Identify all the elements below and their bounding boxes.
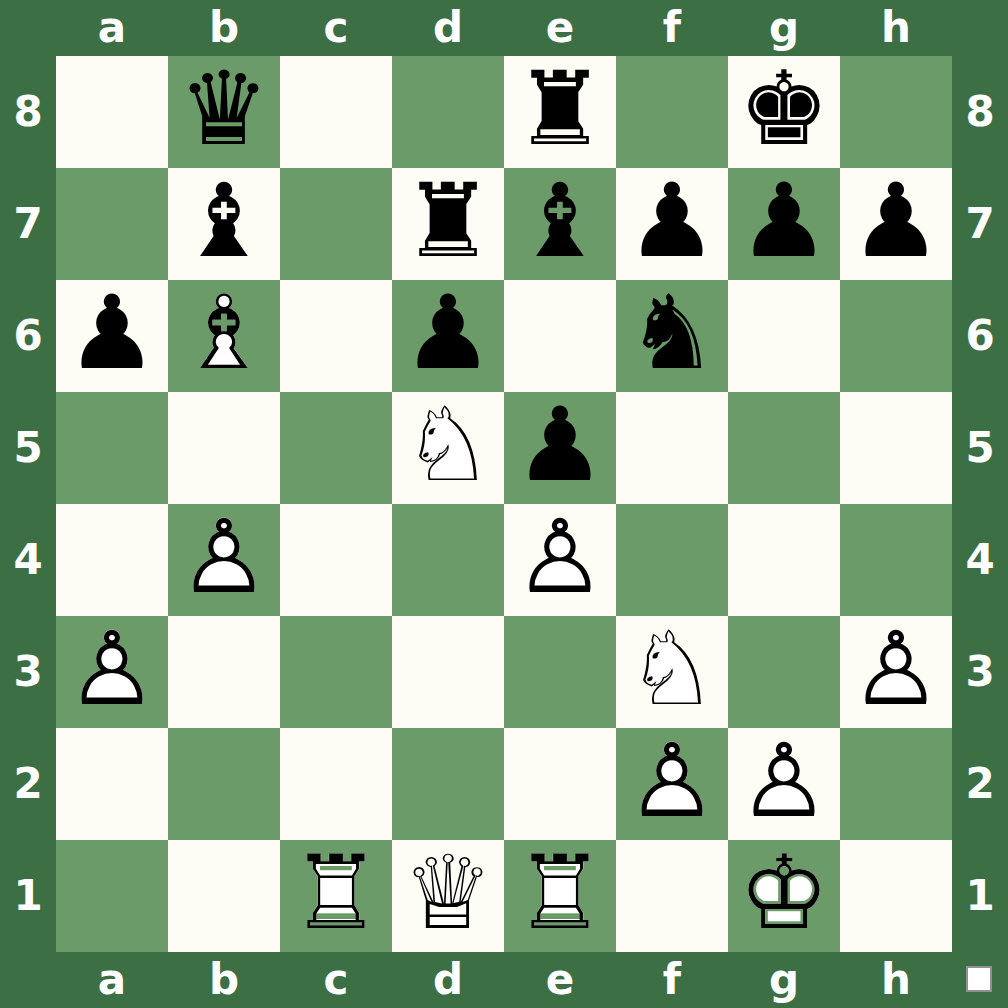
white-piece-outline: ♔ (738, 842, 829, 944)
file-labels-top: abcdefgh (56, 0, 952, 56)
square-d6[interactable]: ♟ (392, 280, 504, 392)
white-piece-outline: ♙ (738, 730, 829, 832)
file-label-b: b (168, 0, 280, 56)
square-d4[interactable] (392, 504, 504, 616)
piece-white-bishop[interactable]: ♝♗ (168, 280, 280, 392)
rank-label-3: 3 (952, 616, 1008, 728)
file-label-g: g (728, 952, 840, 1008)
file-label-d: d (392, 952, 504, 1008)
square-e5[interactable]: ♟ (504, 392, 616, 504)
square-c4[interactable] (280, 504, 392, 616)
piece-black-king[interactable]: ♚ (728, 56, 840, 168)
black-piece-glyph: ♚ (738, 58, 829, 160)
square-a8[interactable] (56, 56, 168, 168)
square-f7[interactable]: ♟ (616, 168, 728, 280)
square-e8[interactable]: ♜ (504, 56, 616, 168)
square-g2[interactable]: ♟♙ (728, 728, 840, 840)
square-f5[interactable] (616, 392, 728, 504)
file-label-c: c (280, 952, 392, 1008)
square-h3[interactable]: ♟♙ (840, 616, 952, 728)
square-b4[interactable]: ♟♙ (168, 504, 280, 616)
square-a4[interactable] (56, 504, 168, 616)
rank-label-5: 5 (952, 392, 1008, 504)
piece-white-rook[interactable]: ♜♖ (280, 840, 392, 952)
square-b3[interactable] (168, 616, 280, 728)
square-e3[interactable] (504, 616, 616, 728)
square-g5[interactable] (728, 392, 840, 504)
square-e4[interactable]: ♟♙ (504, 504, 616, 616)
file-label-f: f (616, 952, 728, 1008)
black-piece-glyph: ♟ (626, 170, 717, 272)
square-c8[interactable] (280, 56, 392, 168)
black-piece-glyph: ♟ (66, 282, 157, 384)
square-f4[interactable] (616, 504, 728, 616)
square-a1[interactable] (56, 840, 168, 952)
piece-white-pawn[interactable]: ♟♙ (616, 728, 728, 840)
square-c6[interactable] (280, 280, 392, 392)
square-d7[interactable]: ♜ (392, 168, 504, 280)
square-h6[interactable] (840, 280, 952, 392)
piece-black-rook[interactable]: ♜ (504, 56, 616, 168)
chess-board[interactable]: ♛♜♚♝♜♝♟♟♟♟♝♗♟♞♞♘♟♟♙♟♙♟♙♞♘♟♙♟♙♟♙♜♖♛♕♜♖♚♔ (56, 56, 952, 952)
square-b5[interactable] (168, 392, 280, 504)
white-piece-outline: ♘ (626, 618, 717, 720)
piece-black-pawn[interactable]: ♟ (616, 168, 728, 280)
piece-white-king[interactable]: ♚♔ (728, 840, 840, 952)
square-a2[interactable] (56, 728, 168, 840)
piece-black-pawn[interactable]: ♟ (504, 392, 616, 504)
piece-white-queen[interactable]: ♛♕ (392, 840, 504, 952)
file-labels-bottom: abcdefgh (56, 952, 952, 1008)
rank-labels-right: 87654321 (952, 56, 1008, 952)
file-label-f: f (616, 0, 728, 56)
white-piece-outline: ♙ (66, 618, 157, 720)
white-piece-outline: ♙ (178, 506, 269, 608)
square-g4[interactable] (728, 504, 840, 616)
square-a5[interactable] (56, 392, 168, 504)
piece-black-queen[interactable]: ♛ (168, 56, 280, 168)
file-label-g: g (728, 0, 840, 56)
square-e6[interactable] (504, 280, 616, 392)
black-piece-glyph: ♞ (626, 282, 717, 384)
rank-label-4: 4 (952, 504, 1008, 616)
file-label-d: d (392, 0, 504, 56)
chess-board-frame: abcdefgh 87654321 87654321 abcdefgh ♛♜♚♝… (0, 0, 1008, 1008)
rank-label-1: 1 (952, 840, 1008, 952)
white-piece-outline: ♘ (402, 394, 493, 496)
square-c3[interactable] (280, 616, 392, 728)
file-label-c: c (280, 0, 392, 56)
file-label-a: a (56, 952, 168, 1008)
square-h2[interactable] (840, 728, 952, 840)
square-h5[interactable] (840, 392, 952, 504)
file-label-b: b (168, 952, 280, 1008)
square-f2[interactable]: ♟♙ (616, 728, 728, 840)
file-label-e: e (504, 0, 616, 56)
white-piece-outline: ♙ (626, 730, 717, 832)
square-g7[interactable]: ♟ (728, 168, 840, 280)
square-g8[interactable]: ♚ (728, 56, 840, 168)
square-f6[interactable]: ♞ (616, 280, 728, 392)
rank-label-6: 6 (952, 280, 1008, 392)
square-b2[interactable] (168, 728, 280, 840)
square-h8[interactable] (840, 56, 952, 168)
square-d1[interactable]: ♛♕ (392, 840, 504, 952)
piece-black-rook[interactable]: ♜ (392, 168, 504, 280)
white-piece-outline: ♕ (402, 842, 493, 944)
file-label-h: h (840, 952, 952, 1008)
square-a6[interactable]: ♟ (56, 280, 168, 392)
piece-black-bishop[interactable]: ♝ (504, 168, 616, 280)
white-to-move-indicator (966, 966, 992, 992)
rank-label-2: 2 (0, 728, 56, 840)
square-c7[interactable] (280, 168, 392, 280)
piece-white-pawn[interactable]: ♟♙ (840, 616, 952, 728)
file-label-h: h (840, 0, 952, 56)
square-f3[interactable]: ♞♘ (616, 616, 728, 728)
rank-label-4: 4 (0, 504, 56, 616)
rank-labels-left: 87654321 (0, 56, 56, 952)
white-piece-outline: ♖ (290, 842, 381, 944)
square-d5[interactable]: ♞♘ (392, 392, 504, 504)
rank-label-5: 5 (0, 392, 56, 504)
square-b8[interactable]: ♛ (168, 56, 280, 168)
square-d8[interactable] (392, 56, 504, 168)
piece-black-bishop[interactable]: ♝ (168, 168, 280, 280)
square-a3[interactable]: ♟♙ (56, 616, 168, 728)
piece-white-pawn[interactable]: ♟♙ (168, 504, 280, 616)
square-e7[interactable]: ♝ (504, 168, 616, 280)
square-b6[interactable]: ♝♗ (168, 280, 280, 392)
black-piece-glyph: ♜ (514, 58, 605, 160)
square-h4[interactable] (840, 504, 952, 616)
white-piece-outline: ♗ (178, 282, 269, 384)
piece-white-pawn[interactable]: ♟♙ (728, 728, 840, 840)
rank-label-7: 7 (0, 168, 56, 280)
square-d3[interactable] (392, 616, 504, 728)
square-d2[interactable] (392, 728, 504, 840)
rank-label-1: 1 (0, 840, 56, 952)
square-g1[interactable]: ♚♔ (728, 840, 840, 952)
square-c1[interactable]: ♜♖ (280, 840, 392, 952)
black-piece-glyph: ♛ (178, 58, 269, 160)
rank-label-3: 3 (0, 616, 56, 728)
piece-black-knight[interactable]: ♞ (616, 280, 728, 392)
square-h1[interactable] (840, 840, 952, 952)
black-piece-glyph: ♝ (178, 170, 269, 272)
black-piece-glyph: ♟ (850, 170, 941, 272)
square-e1[interactable]: ♜♖ (504, 840, 616, 952)
rank-label-2: 2 (952, 728, 1008, 840)
square-f8[interactable] (616, 56, 728, 168)
white-piece-outline: ♙ (514, 506, 605, 608)
square-e2[interactable] (504, 728, 616, 840)
piece-white-knight[interactable]: ♞♘ (616, 616, 728, 728)
rank-label-8: 8 (952, 56, 1008, 168)
black-piece-glyph: ♟ (514, 394, 605, 496)
square-b7[interactable]: ♝ (168, 168, 280, 280)
rank-label-8: 8 (0, 56, 56, 168)
square-b1[interactable] (168, 840, 280, 952)
square-a7[interactable] (56, 168, 168, 280)
file-label-a: a (56, 0, 168, 56)
file-label-e: e (504, 952, 616, 1008)
square-g6[interactable] (728, 280, 840, 392)
piece-white-rook[interactable]: ♜♖ (504, 840, 616, 952)
white-piece-outline: ♙ (850, 618, 941, 720)
square-c2[interactable] (280, 728, 392, 840)
rank-label-6: 6 (0, 280, 56, 392)
rank-label-7: 7 (952, 168, 1008, 280)
piece-black-pawn[interactable]: ♟ (56, 280, 168, 392)
black-piece-glyph: ♜ (402, 170, 493, 272)
piece-white-pawn[interactable]: ♟♙ (56, 616, 168, 728)
square-h7[interactable]: ♟ (840, 168, 952, 280)
black-piece-glyph: ♟ (738, 170, 829, 272)
square-c5[interactable] (280, 392, 392, 504)
black-piece-glyph: ♝ (514, 170, 605, 272)
piece-black-pawn[interactable]: ♟ (728, 168, 840, 280)
piece-white-pawn[interactable]: ♟♙ (504, 504, 616, 616)
piece-black-pawn[interactable]: ♟ (392, 280, 504, 392)
square-f1[interactable] (616, 840, 728, 952)
square-g3[interactable] (728, 616, 840, 728)
piece-black-pawn[interactable]: ♟ (840, 168, 952, 280)
white-piece-outline: ♖ (514, 842, 605, 944)
piece-white-knight[interactable]: ♞♘ (392, 392, 504, 504)
black-piece-glyph: ♟ (402, 282, 493, 384)
